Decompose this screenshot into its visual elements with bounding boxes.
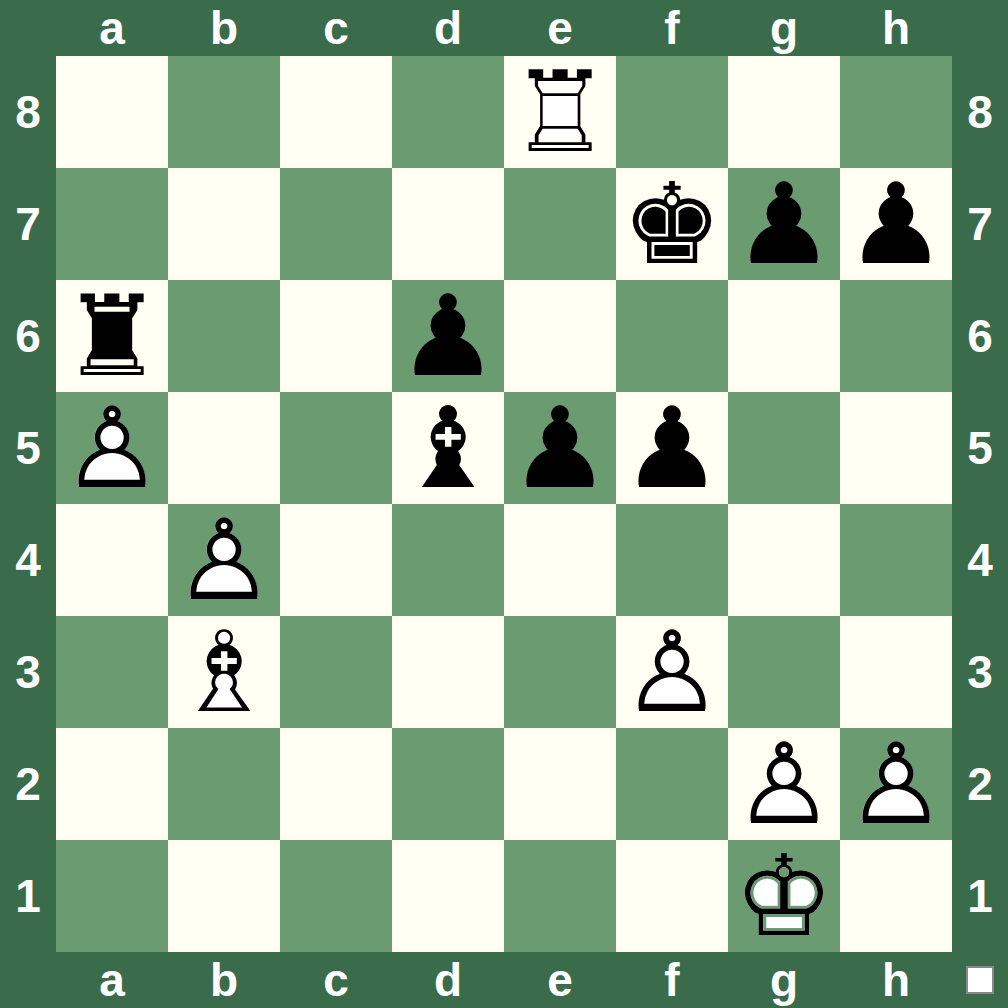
black-king-glyph: ♚: [616, 168, 728, 280]
square-h7[interactable]: ♟: [840, 168, 952, 280]
rank-label-7: 7: [952, 168, 1008, 280]
square-d4[interactable]: [392, 504, 504, 616]
square-f8[interactable]: [616, 56, 728, 168]
square-d1[interactable]: [392, 840, 504, 952]
square-b8[interactable]: [168, 56, 280, 168]
white-pawn: ♟♙: [168, 504, 280, 616]
file-label-f: f: [616, 0, 728, 56]
square-e7[interactable]: [504, 168, 616, 280]
square-f3[interactable]: ♟♙: [616, 616, 728, 728]
rank-label-1: 1: [952, 840, 1008, 952]
white-king-outline: ♔: [728, 840, 840, 952]
square-g8[interactable]: [728, 56, 840, 168]
square-h3[interactable]: [840, 616, 952, 728]
square-g7[interactable]: ♟: [728, 168, 840, 280]
square-a5[interactable]: ♟♙: [56, 392, 168, 504]
black-pawn-glyph: ♟: [616, 392, 728, 504]
square-g3[interactable]: [728, 616, 840, 728]
rank-label-4: 4: [952, 504, 1008, 616]
black-bishop-glyph: ♝: [392, 392, 504, 504]
file-label-g: g: [728, 952, 840, 1008]
square-c5[interactable]: [280, 392, 392, 504]
square-d2[interactable]: [392, 728, 504, 840]
file-label-d: d: [392, 0, 504, 56]
square-a3[interactable]: [56, 616, 168, 728]
rank-label-8: 8: [952, 56, 1008, 168]
square-b5[interactable]: [168, 392, 280, 504]
rank-label-5: 5: [0, 392, 56, 504]
white-pawn-outline: ♙: [56, 392, 168, 504]
square-f2[interactable]: [616, 728, 728, 840]
square-f7[interactable]: ♚: [616, 168, 728, 280]
rank-label-8: 8: [0, 56, 56, 168]
rank-label-6: 6: [952, 280, 1008, 392]
black-bishop: ♝: [392, 392, 504, 504]
square-g2[interactable]: ♟♙: [728, 728, 840, 840]
black-rook-glyph: ♜: [56, 280, 168, 392]
white-rook-outline: ♖: [504, 56, 616, 168]
square-d3[interactable]: [392, 616, 504, 728]
rank-label-2: 2: [952, 728, 1008, 840]
rank-label-5: 5: [952, 392, 1008, 504]
square-a6[interactable]: ♜: [56, 280, 168, 392]
black-pawn: ♟: [840, 168, 952, 280]
square-b3[interactable]: ♝♗: [168, 616, 280, 728]
file-label-b: b: [168, 0, 280, 56]
white-pawn: ♟♙: [840, 728, 952, 840]
square-g6[interactable]: [728, 280, 840, 392]
black-rook: ♜: [56, 280, 168, 392]
square-c6[interactable]: [280, 280, 392, 392]
square-e1[interactable]: [504, 840, 616, 952]
file-label-c: c: [280, 0, 392, 56]
black-pawn: ♟: [728, 168, 840, 280]
file-labels-bottom: abcdefgh: [56, 952, 952, 1008]
white-pawn-outline: ♙: [616, 616, 728, 728]
square-h6[interactable]: [840, 280, 952, 392]
square-a4[interactable]: [56, 504, 168, 616]
file-label-g: g: [728, 0, 840, 56]
black-pawn: ♟: [392, 280, 504, 392]
black-pawn: ♟: [504, 392, 616, 504]
square-a2[interactable]: [56, 728, 168, 840]
file-label-h: h: [840, 0, 952, 56]
square-d6[interactable]: ♟: [392, 280, 504, 392]
square-h2[interactable]: ♟♙: [840, 728, 952, 840]
square-h1[interactable]: [840, 840, 952, 952]
square-b2[interactable]: [168, 728, 280, 840]
square-h8[interactable]: [840, 56, 952, 168]
square-c1[interactable]: [280, 840, 392, 952]
square-d5[interactable]: ♝: [392, 392, 504, 504]
square-a8[interactable]: [56, 56, 168, 168]
chess-board[interactable]: ♜♖♚♟♟♜♟♟♙♝♟♟♟♙♝♗♟♙♟♙♟♙♚♔: [56, 56, 952, 952]
square-f1[interactable]: [616, 840, 728, 952]
file-label-e: e: [504, 952, 616, 1008]
square-f6[interactable]: [616, 280, 728, 392]
white-pawn: ♟♙: [728, 728, 840, 840]
square-d7[interactable]: [392, 168, 504, 280]
chess-board-frame: abcdefgh 87654321 ♜♖♚♟♟♜♟♟♙♝♟♟♟♙♝♗♟♙♟♙♟♙…: [0, 0, 1008, 1008]
square-a7[interactable]: [56, 168, 168, 280]
square-e4[interactable]: [504, 504, 616, 616]
square-h5[interactable]: [840, 392, 952, 504]
white-pawn: ♟♙: [56, 392, 168, 504]
file-label-h: h: [840, 952, 952, 1008]
square-h4[interactable]: [840, 504, 952, 616]
black-king: ♚: [616, 168, 728, 280]
white-bishop: ♝♗: [168, 616, 280, 728]
square-g1[interactable]: ♚♔: [728, 840, 840, 952]
square-b7[interactable]: [168, 168, 280, 280]
black-pawn: ♟: [616, 392, 728, 504]
square-e8[interactable]: ♜♖: [504, 56, 616, 168]
square-g4[interactable]: [728, 504, 840, 616]
square-c2[interactable]: [280, 728, 392, 840]
square-c3[interactable]: [280, 616, 392, 728]
square-e6[interactable]: [504, 280, 616, 392]
square-c7[interactable]: [280, 168, 392, 280]
white-king: ♚♔: [728, 840, 840, 952]
rank-labels-left: 87654321: [0, 56, 56, 952]
square-e2[interactable]: [504, 728, 616, 840]
square-e3[interactable]: [504, 616, 616, 728]
rank-label-3: 3: [952, 616, 1008, 728]
square-f5[interactable]: ♟: [616, 392, 728, 504]
square-b4[interactable]: ♟♙: [168, 504, 280, 616]
square-d8[interactable]: [392, 56, 504, 168]
rank-label-6: 6: [0, 280, 56, 392]
rank-label-7: 7: [0, 168, 56, 280]
file-label-f: f: [616, 952, 728, 1008]
white-pawn-outline: ♙: [168, 504, 280, 616]
square-b6[interactable]: [168, 280, 280, 392]
file-label-a: a: [56, 952, 168, 1008]
file-label-b: b: [168, 952, 280, 1008]
file-label-a: a: [56, 0, 168, 56]
square-g5[interactable]: [728, 392, 840, 504]
square-b1[interactable]: [168, 840, 280, 952]
white-rook: ♜♖: [504, 56, 616, 168]
rank-label-2: 2: [0, 728, 56, 840]
file-label-c: c: [280, 952, 392, 1008]
black-pawn-glyph: ♟: [840, 168, 952, 280]
rank-label-1: 1: [0, 840, 56, 952]
white-to-move-indicator: [966, 966, 994, 994]
square-c8[interactable]: [280, 56, 392, 168]
file-label-d: d: [392, 952, 504, 1008]
square-f4[interactable]: [616, 504, 728, 616]
rank-labels-right: 87654321: [952, 56, 1008, 952]
black-pawn-glyph: ♟: [504, 392, 616, 504]
file-labels-top: abcdefgh: [56, 0, 952, 56]
rank-label-4: 4: [0, 504, 56, 616]
square-e5[interactable]: ♟: [504, 392, 616, 504]
rank-label-3: 3: [0, 616, 56, 728]
white-bishop-outline: ♗: [168, 616, 280, 728]
black-pawn-glyph: ♟: [728, 168, 840, 280]
black-pawn-glyph: ♟: [392, 280, 504, 392]
white-pawn-outline: ♙: [728, 728, 840, 840]
square-a1[interactable]: [56, 840, 168, 952]
square-c4[interactable]: [280, 504, 392, 616]
white-pawn: ♟♙: [616, 616, 728, 728]
white-pawn-outline: ♙: [840, 728, 952, 840]
